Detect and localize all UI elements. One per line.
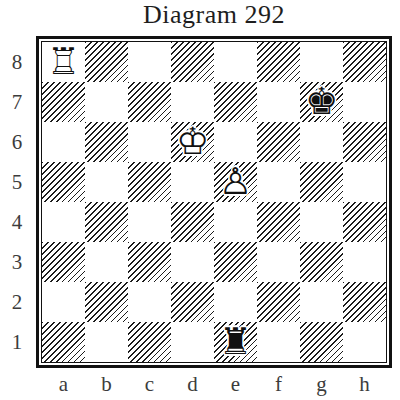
square-d4 (171, 202, 214, 242)
square-b3 (85, 242, 128, 282)
square-h3 (343, 242, 386, 282)
diagram-title: Diagram 292 (36, 0, 392, 30)
piece-glyph: ♚ (300, 82, 343, 122)
file-label-b: b (85, 370, 128, 398)
square-b4 (85, 202, 128, 242)
rank-label-2: 2 (0, 282, 34, 322)
chess-board: ♜♖♚♚♚♔♟♙♜♜ (36, 36, 392, 368)
square-g3 (300, 242, 343, 282)
square-d3 (171, 242, 214, 282)
square-e7 (214, 82, 257, 122)
square-f1 (257, 322, 300, 362)
square-d7 (171, 82, 214, 122)
square-g2 (300, 282, 343, 322)
square-f5 (257, 162, 300, 202)
rank-label-7: 7 (0, 82, 34, 122)
square-d1 (171, 322, 214, 362)
file-label-c: c (128, 370, 171, 398)
square-e8 (214, 42, 257, 82)
square-g6 (300, 122, 343, 162)
square-e5: ♟♙ (214, 162, 257, 202)
square-g7: ♚♚ (300, 82, 343, 122)
rank-label-3: 3 (0, 242, 34, 282)
square-b6 (85, 122, 128, 162)
square-b8 (85, 42, 128, 82)
square-e3 (214, 242, 257, 282)
file-label-f: f (257, 370, 300, 398)
file-label-e: e (214, 370, 257, 398)
piece-glyph: ♔ (171, 122, 214, 162)
piece-white-rook-a8: ♜♖ (42, 42, 85, 82)
piece-white-king-d6: ♚♔ (171, 122, 214, 162)
square-c6 (128, 122, 171, 162)
square-e6 (214, 122, 257, 162)
square-b5 (85, 162, 128, 202)
file-labels: abcdefgh (42, 370, 386, 398)
square-g5 (300, 162, 343, 202)
file-label-g: g (300, 370, 343, 398)
square-d8 (171, 42, 214, 82)
square-h7 (343, 82, 386, 122)
square-a8: ♜♖ (42, 42, 85, 82)
square-a4 (42, 202, 85, 242)
square-d5 (171, 162, 214, 202)
square-g4 (300, 202, 343, 242)
file-label-a: a (42, 370, 85, 398)
square-f2 (257, 282, 300, 322)
square-h8 (343, 42, 386, 82)
file-label-h: h (343, 370, 386, 398)
square-g8 (300, 42, 343, 82)
chess-diagram-page: Diagram 292 87654321 ♜♖♚♚♚♔♟♙♜♜ abcdefgh (0, 0, 400, 400)
square-c3 (128, 242, 171, 282)
square-a2 (42, 282, 85, 322)
square-f3 (257, 242, 300, 282)
square-e4 (214, 202, 257, 242)
rank-label-1: 1 (0, 322, 34, 362)
square-f8 (257, 42, 300, 82)
square-a1 (42, 322, 85, 362)
square-d2 (171, 282, 214, 322)
square-e2 (214, 282, 257, 322)
rank-labels: 87654321 (0, 42, 34, 362)
square-f6 (257, 122, 300, 162)
square-b1 (85, 322, 128, 362)
square-g1 (300, 322, 343, 362)
square-e1: ♜♜ (214, 322, 257, 362)
square-c8 (128, 42, 171, 82)
square-c1 (128, 322, 171, 362)
rank-label-4: 4 (0, 202, 34, 242)
board-inner-border: ♜♖♚♚♚♔♟♙♜♜ (41, 41, 387, 363)
board-grid: ♜♖♚♚♚♔♟♙♜♜ (42, 42, 386, 362)
piece-white-pawn-e5: ♟♙ (214, 162, 257, 202)
square-a6 (42, 122, 85, 162)
square-h1 (343, 322, 386, 362)
piece-black-king-g7: ♚♚ (300, 82, 343, 122)
rank-label-8: 8 (0, 42, 34, 82)
square-c7 (128, 82, 171, 122)
square-a3 (42, 242, 85, 282)
square-a7 (42, 82, 85, 122)
square-h6 (343, 122, 386, 162)
piece-glyph: ♜ (214, 322, 257, 362)
square-h2 (343, 282, 386, 322)
square-f4 (257, 202, 300, 242)
piece-black-rook-e1: ♜♜ (214, 322, 257, 362)
piece-glyph: ♖ (42, 42, 85, 82)
square-c4 (128, 202, 171, 242)
piece-glyph: ♙ (214, 162, 257, 202)
square-a5 (42, 162, 85, 202)
rank-label-5: 5 (0, 162, 34, 202)
square-b7 (85, 82, 128, 122)
square-h4 (343, 202, 386, 242)
square-c2 (128, 282, 171, 322)
rank-label-6: 6 (0, 122, 34, 162)
square-c5 (128, 162, 171, 202)
square-f7 (257, 82, 300, 122)
square-d6: ♚♔ (171, 122, 214, 162)
square-h5 (343, 162, 386, 202)
square-b2 (85, 282, 128, 322)
file-label-d: d (171, 370, 214, 398)
